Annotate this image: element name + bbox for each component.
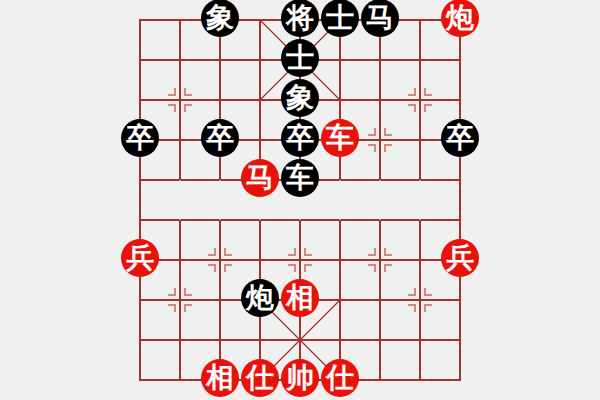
board-cell [140, 60, 180, 100]
board-cell [420, 60, 460, 100]
board-cell [180, 300, 220, 340]
board-cell [140, 340, 180, 380]
piece-black-pawn[interactable]: 卒 [281, 119, 319, 157]
piece-black-horse[interactable]: 马 [361, 0, 399, 37]
board-cell [180, 180, 220, 220]
board-cell [140, 300, 180, 340]
board-cell [180, 220, 220, 260]
piece-black-advisor[interactable]: 士 [321, 0, 359, 37]
board-cell [180, 60, 220, 100]
board-cell [380, 60, 420, 100]
board-cell [380, 220, 420, 260]
board-cell [300, 220, 340, 260]
piece-red-pawn[interactable]: 兵 [121, 239, 159, 277]
piece-red-advisor[interactable]: 仕 [241, 359, 279, 397]
board-cell [140, 20, 180, 60]
board-cell [220, 60, 260, 100]
piece-black-chariot[interactable]: 车 [281, 159, 319, 197]
piece-black-advisor[interactable]: 士 [281, 39, 319, 77]
board-cell [380, 260, 420, 300]
board-cell [420, 340, 460, 380]
piece-red-chariot[interactable]: 车 [321, 119, 359, 157]
board-cell [340, 300, 380, 340]
board-cell [340, 180, 380, 220]
board-cell [260, 220, 300, 260]
xiangqi-board: 象将士马炮士象卒卒卒车卒马车兵兵炮相相仕帅仕 [0, 0, 600, 400]
piece-black-pawn[interactable]: 卒 [201, 119, 239, 157]
piece-red-general[interactable]: 帅 [281, 359, 319, 397]
board-cell [380, 180, 420, 220]
board-cell [380, 100, 420, 140]
piece-red-cannon[interactable]: 炮 [441, 0, 479, 37]
piece-black-general[interactable]: 将 [281, 0, 319, 37]
board-cell [380, 300, 420, 340]
piece-black-pawn[interactable]: 卒 [441, 119, 479, 157]
board-cell [420, 180, 460, 220]
piece-black-cannon[interactable]: 炮 [241, 279, 279, 317]
piece-black-elephant[interactable]: 象 [201, 0, 239, 37]
piece-red-elephant[interactable]: 相 [281, 279, 319, 317]
board-cell [140, 180, 180, 220]
board-cell [180, 260, 220, 300]
board-cell [340, 220, 380, 260]
piece-red-horse[interactable]: 马 [241, 159, 279, 197]
board-cell [220, 220, 260, 260]
board-cell [340, 260, 380, 300]
board-cell [340, 60, 380, 100]
board-cell [380, 140, 420, 180]
piece-black-pawn[interactable]: 卒 [121, 119, 159, 157]
board-cell [420, 300, 460, 340]
piece-red-advisor[interactable]: 仕 [321, 359, 359, 397]
board-cell [380, 340, 420, 380]
piece-red-pawn[interactable]: 兵 [441, 239, 479, 277]
piece-red-elephant[interactable]: 相 [201, 359, 239, 397]
piece-black-elephant[interactable]: 象 [281, 79, 319, 117]
